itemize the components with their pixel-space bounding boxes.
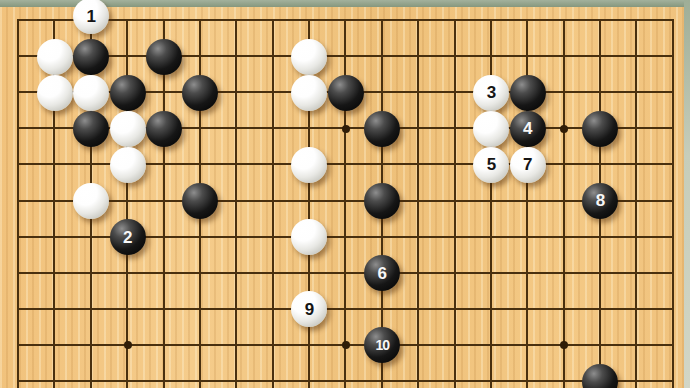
- black-stone: [182, 75, 218, 111]
- star-point-cell: [546, 327, 582, 363]
- board-intersection-C16: [73, 111, 109, 147]
- move-number-label: 10: [375, 338, 389, 352]
- star-point: [342, 341, 350, 349]
- move-number-label: 7: [523, 156, 532, 173]
- white-stone: [110, 111, 146, 147]
- white-stone: [37, 39, 73, 75]
- black-stone: [146, 111, 182, 147]
- star-point-cell: [328, 111, 364, 147]
- move-number-label: 2: [123, 229, 132, 246]
- white-stone: [73, 183, 109, 219]
- board-intersection-E16: [146, 111, 182, 147]
- move-number-label: 5: [487, 156, 496, 173]
- star-point: [124, 341, 132, 349]
- board-intersection-O15: 5: [473, 147, 509, 183]
- board-intersection-J15: [291, 147, 327, 183]
- board-intersection-R16: [582, 111, 618, 147]
- board-intersection-P17: [510, 75, 546, 111]
- black-stone: [146, 39, 182, 75]
- board-intersection-J17: [291, 75, 327, 111]
- board-intersection-L16: [364, 111, 400, 147]
- white-stone: [291, 39, 327, 75]
- move-number-label: 1: [87, 8, 96, 25]
- move-8-black-stone: 8: [582, 183, 618, 219]
- white-stone: [291, 219, 327, 255]
- board-intersection-O17: 3: [473, 75, 509, 111]
- black-stone: [73, 39, 109, 75]
- board-intersection-F14: [182, 183, 218, 219]
- board-intersection-E18: [146, 39, 182, 75]
- move-number-label: 9: [305, 301, 314, 318]
- black-stone: [364, 111, 400, 147]
- star-point-cell: [109, 327, 145, 363]
- black-stone: [73, 111, 109, 147]
- star-point: [560, 125, 568, 133]
- black-stone: [328, 75, 364, 111]
- white-stone: [73, 75, 109, 111]
- white-stone: [37, 75, 73, 111]
- move-7-white-stone: 7: [510, 147, 546, 183]
- board-intersection-D16: [109, 111, 145, 147]
- move-1-white-stone: 1: [73, 0, 109, 34]
- board-intersection-B17: [37, 75, 73, 111]
- board-intersection-O16: [473, 111, 509, 147]
- black-stone: [182, 183, 218, 219]
- white-stone: [291, 75, 327, 111]
- move-9-white-stone: 9: [291, 291, 327, 327]
- board-intersection-L14: [364, 183, 400, 219]
- black-stone: [364, 183, 400, 219]
- move-2-black-stone: 2: [110, 219, 146, 255]
- move-number-label: 6: [378, 265, 387, 282]
- board-intersection-L12: 6: [364, 255, 400, 291]
- board-intersection-D13: 2: [109, 219, 145, 255]
- star-point-cell: [328, 327, 364, 363]
- star-point: [342, 125, 350, 133]
- board-intersection-P15: 7: [510, 147, 546, 183]
- white-stone: [473, 111, 509, 147]
- move-4-black-stone: 4: [510, 111, 546, 147]
- white-stone: [110, 147, 146, 183]
- board-intersection-F17: [182, 75, 218, 111]
- board-intersection-B18: [37, 39, 73, 75]
- board-intersection-C19: 1: [73, 2, 109, 38]
- board-intersection-C14: [73, 183, 109, 219]
- board-intersection-J18: [291, 39, 327, 75]
- board-intersection-L10: 10: [364, 327, 400, 363]
- move-number-label: 4: [523, 120, 532, 137]
- black-stone: [582, 364, 618, 388]
- star-point: [560, 341, 568, 349]
- star-point-cell: [546, 111, 582, 147]
- move-number-label: 3: [487, 84, 496, 101]
- black-stone: [510, 75, 546, 111]
- board-intersection-C17: [73, 75, 109, 111]
- black-stone: [582, 111, 618, 147]
- board-intersection-D17: [109, 75, 145, 111]
- go-board-diagram: 13457826910: [0, 0, 690, 388]
- move-10-black-stone: 10: [364, 327, 400, 363]
- board-intersection-C18: [73, 39, 109, 75]
- board-intersection-J13: [291, 219, 327, 255]
- move-3-white-stone: 3: [473, 75, 509, 111]
- board-intersection-K17: [328, 75, 364, 111]
- board-intersection-J11: 9: [291, 291, 327, 327]
- board-intersection-P16: 4: [510, 111, 546, 147]
- board-intersection-R9: [582, 363, 618, 388]
- board-intersection-D15: [109, 147, 145, 183]
- move-6-black-stone: 6: [364, 255, 400, 291]
- white-stone: [291, 147, 327, 183]
- black-stone: [110, 75, 146, 111]
- board-intersection-R14: 8: [582, 183, 618, 219]
- move-number-label: 8: [596, 192, 605, 209]
- move-5-white-stone: 5: [473, 147, 509, 183]
- board-grid: 13457826910: [0, 2, 690, 388]
